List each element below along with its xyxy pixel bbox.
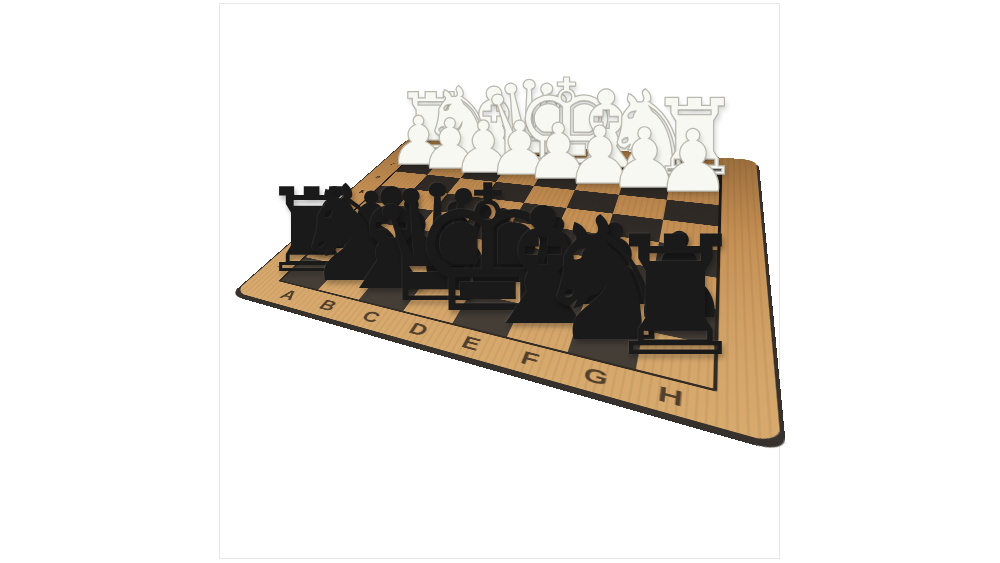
chess-board: ABCDEFGH12345678	[235, 137, 781, 445]
rank-label-6: 6	[365, 174, 392, 180]
rank-label-4: 4	[330, 203, 359, 211]
rank-label-2: 2	[289, 239, 320, 250]
photo-area: ABCDEFGH12345678 ♜♞♝♛♚♝♞♜♟♟♟♟♟♟♟♟♟♟♟♟♟♟♟…	[6, 0, 1000, 563]
product-photo: ABCDEFGH12345678 ♜♞♝♛♚♝♞♜♟♟♟♟♟♟♟♟♟♟♟♟♟♟♟…	[0, 0, 1000, 563]
rank-label-3: 3	[311, 220, 341, 229]
rank-label-7: 7	[380, 161, 406, 167]
rank-label-5: 5	[348, 188, 376, 195]
rank-label-8: 8	[394, 149, 419, 154]
